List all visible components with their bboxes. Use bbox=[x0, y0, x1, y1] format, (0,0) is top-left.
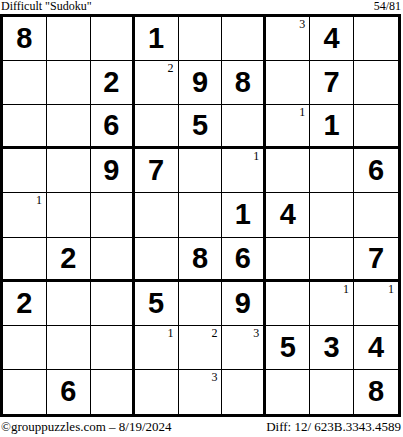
cell-r9c5[interactable]: 3 bbox=[179, 370, 223, 414]
cell-r1c4[interactable]: 1 bbox=[135, 17, 179, 61]
cell-r7c9[interactable]: 1 bbox=[354, 282, 398, 326]
cell-r3c7[interactable]: 1 bbox=[266, 105, 310, 149]
cell-r6c3[interactable] bbox=[91, 238, 135, 282]
cell-r1c6[interactable] bbox=[222, 17, 266, 61]
cell-r9c6[interactable] bbox=[222, 370, 266, 414]
footer: ©grouppuzzles.com – 8/19/2024 Diff: 12/ … bbox=[0, 417, 403, 434]
cell-r1c9[interactable] bbox=[354, 17, 398, 61]
pencil-mark: 1 bbox=[253, 149, 259, 163]
cell-r1c5[interactable] bbox=[179, 17, 223, 61]
cell-r8c6[interactable]: 3 bbox=[222, 326, 266, 370]
cell-r2c6[interactable]: 8 bbox=[222, 61, 266, 105]
cell-r8c5[interactable]: 2 bbox=[179, 326, 223, 370]
given-digit: 9 bbox=[235, 287, 251, 320]
cell-r4c2[interactable] bbox=[47, 149, 91, 193]
cell-r8c8[interactable]: 3 bbox=[310, 326, 354, 370]
cell-r8c7[interactable]: 5 bbox=[266, 326, 310, 370]
cell-r7c8[interactable]: 1 bbox=[310, 282, 354, 326]
cell-r1c2[interactable] bbox=[47, 17, 91, 61]
sudoku-page: Difficult "Sudoku" 54/81 813422987651197… bbox=[0, 0, 403, 437]
given-digit: 4 bbox=[280, 198, 296, 231]
given-digit: 2 bbox=[16, 287, 32, 320]
given-digit: 6 bbox=[368, 154, 384, 187]
cell-r3c1[interactable] bbox=[3, 105, 47, 149]
cell-r2c9[interactable] bbox=[354, 61, 398, 105]
cell-r7c3[interactable] bbox=[91, 282, 135, 326]
cell-r1c1[interactable]: 8 bbox=[3, 17, 47, 61]
cell-r7c1[interactable]: 2 bbox=[3, 282, 47, 326]
given-digit: 2 bbox=[103, 66, 119, 99]
difficulty-code: Diff: 12/ 623B.3343.4589 bbox=[266, 420, 401, 434]
given-digit: 5 bbox=[192, 109, 208, 142]
given-digit: 1 bbox=[324, 109, 340, 142]
cell-r5c2[interactable] bbox=[47, 193, 91, 237]
cell-r1c8[interactable]: 4 bbox=[310, 17, 354, 61]
cell-r5c1[interactable]: 1 bbox=[3, 193, 47, 237]
cell-r3c6[interactable] bbox=[222, 105, 266, 149]
cell-r5c4[interactable] bbox=[135, 193, 179, 237]
cell-r5c9[interactable] bbox=[354, 193, 398, 237]
cell-r2c8[interactable]: 7 bbox=[310, 61, 354, 105]
given-digit: 1 bbox=[235, 198, 251, 231]
cell-r9c2[interactable]: 6 bbox=[47, 370, 91, 414]
given-digit: 6 bbox=[103, 109, 119, 142]
pencil-mark: 1 bbox=[168, 326, 174, 340]
copyright-date: ©grouppuzzles.com – 8/19/2024 bbox=[1, 420, 172, 434]
cell-r4c9[interactable]: 6 bbox=[354, 149, 398, 193]
cell-r6c1[interactable] bbox=[3, 238, 47, 282]
pencil-mark: 2 bbox=[168, 61, 174, 75]
given-digit: 6 bbox=[60, 375, 76, 408]
given-digit: 8 bbox=[16, 22, 32, 55]
pencil-mark: 1 bbox=[388, 282, 394, 296]
cell-r4c7[interactable] bbox=[266, 149, 310, 193]
cell-r6c5[interactable]: 8 bbox=[179, 238, 223, 282]
cell-r8c4[interactable]: 1 bbox=[135, 326, 179, 370]
pencil-mark: 1 bbox=[36, 193, 42, 207]
cell-r3c8[interactable]: 1 bbox=[310, 105, 354, 149]
given-digit: 7 bbox=[368, 242, 384, 275]
given-digit: 8 bbox=[368, 375, 384, 408]
pencil-mark: 2 bbox=[211, 326, 217, 340]
cell-r6c7[interactable] bbox=[266, 238, 310, 282]
cell-r3c3[interactable]: 6 bbox=[91, 105, 135, 149]
cell-r2c3[interactable]: 2 bbox=[91, 61, 135, 105]
cell-r5c3[interactable] bbox=[91, 193, 135, 237]
cell-r9c8[interactable] bbox=[310, 370, 354, 414]
pencil-mark: 1 bbox=[343, 282, 349, 296]
cell-r6c6[interactable]: 6 bbox=[222, 238, 266, 282]
cell-r3c4[interactable] bbox=[135, 105, 179, 149]
cell-r2c2[interactable] bbox=[47, 61, 91, 105]
cell-r8c3[interactable] bbox=[91, 326, 135, 370]
given-digit: 6 bbox=[235, 242, 251, 275]
empty-cell-counter: 54/81 bbox=[374, 0, 401, 13]
pencil-mark: 3 bbox=[211, 370, 217, 384]
cell-r4c6[interactable]: 1 bbox=[222, 149, 266, 193]
pencil-mark: 3 bbox=[299, 17, 305, 31]
cell-r2c5[interactable]: 9 bbox=[179, 61, 223, 105]
cell-r4c8[interactable] bbox=[310, 149, 354, 193]
cell-r7c2[interactable] bbox=[47, 282, 91, 326]
cell-r2c4[interactable]: 2 bbox=[135, 61, 179, 105]
cell-r9c3[interactable] bbox=[91, 370, 135, 414]
cell-r9c1[interactable] bbox=[3, 370, 47, 414]
cell-r4c5[interactable] bbox=[179, 149, 223, 193]
cell-r5c5[interactable] bbox=[179, 193, 223, 237]
cell-r1c7[interactable]: 3 bbox=[266, 17, 310, 61]
cell-r3c2[interactable] bbox=[47, 105, 91, 149]
cell-r2c1[interactable] bbox=[3, 61, 47, 105]
cell-r8c2[interactable] bbox=[47, 326, 91, 370]
cell-r1c3[interactable] bbox=[91, 17, 135, 61]
given-digit: 9 bbox=[103, 154, 119, 187]
cell-r5c6[interactable]: 1 bbox=[222, 193, 266, 237]
cell-r8c1[interactable] bbox=[3, 326, 47, 370]
cell-r9c4[interactable] bbox=[135, 370, 179, 414]
cell-r8c9[interactable]: 4 bbox=[354, 326, 398, 370]
cell-r4c1[interactable] bbox=[3, 149, 47, 193]
given-digit: 8 bbox=[235, 66, 251, 99]
given-digit: 3 bbox=[324, 331, 340, 364]
cell-r7c5[interactable] bbox=[179, 282, 223, 326]
cell-r6c8[interactable] bbox=[310, 238, 354, 282]
cell-r4c3[interactable]: 9 bbox=[91, 149, 135, 193]
given-digit: 2 bbox=[60, 242, 76, 275]
sudoku-grid: 81342298765119716114286725911123534638 bbox=[0, 14, 401, 417]
given-digit: 1 bbox=[148, 22, 164, 55]
cell-r2c7[interactable] bbox=[266, 61, 310, 105]
cell-r9c7[interactable] bbox=[266, 370, 310, 414]
given-digit: 9 bbox=[192, 66, 208, 99]
cell-r6c9[interactable]: 7 bbox=[354, 238, 398, 282]
given-digit: 7 bbox=[324, 66, 340, 99]
given-digit: 5 bbox=[280, 331, 296, 364]
cell-r6c4[interactable] bbox=[135, 238, 179, 282]
header: Difficult "Sudoku" 54/81 bbox=[0, 0, 403, 14]
cell-r6c2[interactable]: 2 bbox=[47, 238, 91, 282]
given-digit: 4 bbox=[368, 331, 384, 364]
cell-r7c4[interactable]: 5 bbox=[135, 282, 179, 326]
cell-r7c6[interactable]: 9 bbox=[222, 282, 266, 326]
cell-r3c5[interactable]: 5 bbox=[179, 105, 223, 149]
cell-r3c9[interactable] bbox=[354, 105, 398, 149]
page-title: Difficult "Sudoku" bbox=[1, 0, 92, 13]
given-digit: 4 bbox=[324, 22, 340, 55]
pencil-mark: 1 bbox=[299, 105, 305, 119]
cell-r4c4[interactable]: 7 bbox=[135, 149, 179, 193]
given-digit: 5 bbox=[148, 287, 164, 320]
cell-r7c7[interactable] bbox=[266, 282, 310, 326]
cell-r5c8[interactable] bbox=[310, 193, 354, 237]
given-digit: 7 bbox=[148, 154, 164, 187]
given-digit: 8 bbox=[192, 242, 208, 275]
pencil-mark: 3 bbox=[253, 326, 259, 340]
cell-r5c7[interactable]: 4 bbox=[266, 193, 310, 237]
cell-r9c9[interactable]: 8 bbox=[354, 370, 398, 414]
